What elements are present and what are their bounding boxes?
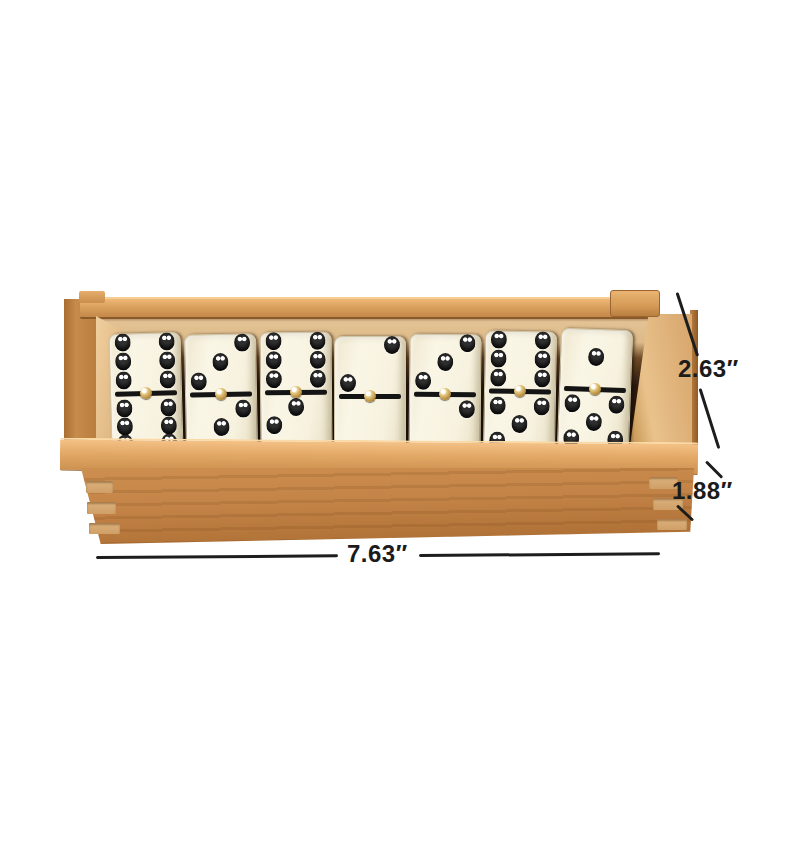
domino-pip: [235, 399, 251, 417]
height-dimension-line-lower: [699, 388, 721, 449]
brass-spinner-pin: [589, 383, 601, 395]
domino-pip: [115, 352, 131, 370]
domino-tile-1-5: [557, 328, 633, 450]
domino-pip: [310, 370, 326, 388]
dovetail-joint: [86, 481, 113, 493]
domino-tile-6-2: [259, 332, 332, 453]
width-dimension-line-right: [419, 552, 660, 557]
domino-pip: [534, 397, 550, 415]
domino-pip: [213, 418, 229, 436]
brass-spinner-pin: [514, 385, 526, 397]
domino-pip: [384, 336, 400, 354]
domino-pip: [459, 334, 475, 352]
domino-pip: [266, 351, 282, 369]
brass-spinner-pin: [140, 387, 152, 399]
domino-pip: [117, 417, 133, 435]
domino-pip: [437, 353, 453, 371]
domino-pip: [459, 400, 475, 418]
dovetail-joint: [657, 519, 687, 530]
domino-pip: [586, 413, 603, 432]
domino-pip: [114, 333, 130, 351]
domino-pip: [490, 396, 506, 414]
domino-pip: [158, 332, 174, 350]
domino-pip: [588, 348, 605, 367]
domino-pip: [564, 394, 581, 413]
domino-tile-6-6: [108, 332, 183, 454]
domino-pip: [159, 351, 175, 369]
depth-dimension-label: 1.88″: [672, 477, 733, 505]
domino-pip: [191, 372, 207, 390]
domino-pip: [212, 353, 228, 371]
brass-spinner-pin: [439, 388, 451, 400]
domino-tile-3-3: [408, 334, 481, 455]
domino-pip: [309, 332, 325, 350]
domino-pip: [535, 331, 551, 349]
brass-spinner-pin: [290, 386, 302, 398]
domino-pip: [115, 371, 131, 389]
sliding-lid-right-end: [610, 290, 660, 317]
domino-pip: [415, 372, 431, 390]
box-left-side-panel: [64, 299, 98, 445]
domino-tile-6-5: [483, 330, 557, 451]
domino-pip: [310, 351, 326, 369]
domino-pip: [490, 368, 506, 386]
domino-pip: [266, 370, 282, 388]
domino-pip: [490, 349, 506, 367]
dovetail-joint: [89, 523, 120, 534]
product-photo-dominoes-box: 2.63″ 1.88″ 7.63″: [0, 0, 800, 843]
domino-pip: [160, 398, 176, 416]
domino-pip: [491, 330, 507, 348]
domino-tile-2-0: [334, 336, 406, 456]
width-dimension-label: 7.63″: [347, 540, 408, 568]
domino-pip: [266, 416, 282, 434]
domino-pip: [288, 398, 304, 416]
domino-pip: [340, 374, 356, 392]
height-dimension-label: 2.63″: [678, 355, 739, 383]
width-dimension-line-left: [96, 554, 338, 559]
sliding-lid-left-end: [79, 291, 105, 303]
domino-pip: [116, 399, 132, 417]
brass-spinner-pin: [364, 390, 376, 402]
domino-pip: [534, 350, 550, 368]
domino-tile-3-2: [184, 333, 258, 454]
brass-spinner-pin: [215, 388, 227, 400]
domino-pip: [265, 332, 281, 350]
domino-pip: [534, 369, 550, 387]
domino-pip: [159, 370, 175, 388]
box-front-panel: [76, 468, 694, 544]
domino-pip: [511, 415, 527, 433]
domino-pip: [234, 333, 250, 351]
sliding-lid-rail: [80, 297, 658, 319]
dovetail-joint: [87, 502, 116, 514]
domino-pip: [608, 395, 625, 414]
domino-pip: [161, 416, 177, 434]
